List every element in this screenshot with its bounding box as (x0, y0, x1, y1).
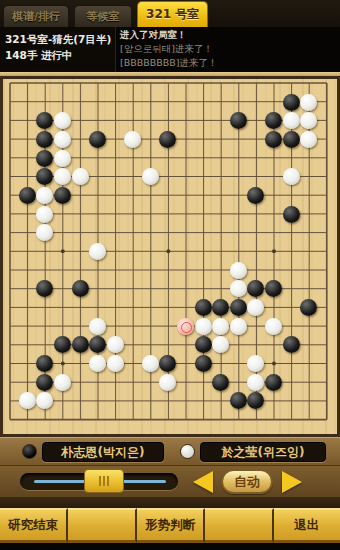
stone-black: ● (89, 336, 106, 353)
stone-white: ○ (89, 355, 106, 372)
tab-room-321[interactable]: 321 号室 (137, 1, 208, 27)
stone-black: ● (265, 131, 282, 148)
stone-black: ● (72, 280, 89, 297)
white-player-name: 於之莹(위즈잉) (200, 442, 326, 462)
stone-black: ● (195, 336, 212, 353)
auto-play-button[interactable]: 自动 (221, 469, 273, 494)
stone-black: ● (230, 392, 247, 409)
stone-black: ● (72, 336, 89, 353)
stone-black: ● (36, 112, 53, 129)
chat-line: 进入了对局室！ (120, 28, 336, 42)
stone-white: ○ (107, 336, 124, 353)
stone-black: ● (36, 374, 53, 391)
stone-black: ● (36, 150, 53, 167)
tab-bar: 棋谱/排行 等候室 321 号室 (0, 0, 340, 27)
stone-black: ● (54, 187, 71, 204)
stone-black: ● (265, 374, 282, 391)
stone-white: ○ (247, 355, 264, 372)
move-slider[interactable] (20, 473, 178, 490)
stone-white: ○ (89, 243, 106, 260)
stone-white: ○ (107, 355, 124, 372)
stone-black: ● (247, 187, 264, 204)
stone-black: ● (36, 131, 53, 148)
stone-black: ● (283, 206, 300, 223)
stone-white: ○ (265, 318, 282, 335)
stone-white: ○ (54, 168, 71, 185)
tab-waiting-room[interactable]: 等候室 (74, 5, 132, 27)
stone-white: ○ (54, 374, 71, 391)
stone-black: ● (19, 187, 36, 204)
stone-black: ● (159, 355, 176, 372)
black-stone-icon (22, 444, 37, 459)
stone-black: ● (195, 355, 212, 372)
stone-white: ○ (300, 94, 317, 111)
slider-handle[interactable] (84, 469, 124, 493)
prev-move-button[interactable] (193, 471, 213, 493)
stone-white: ○ (36, 392, 53, 409)
stone-black: ● (54, 336, 71, 353)
room-info: 321号室-猜先(7目半) 148手 进行中 (0, 27, 115, 72)
room-title: 321号室-猜先(7目半) (5, 32, 115, 46)
black-player-name: 朴志恩(박지은) (42, 442, 164, 462)
stone-white: ○ (300, 112, 317, 129)
stone-black: ● (300, 299, 317, 316)
stone-white: ○ (36, 206, 53, 223)
stone-white: ○ (54, 112, 71, 129)
white-stone-icon (180, 444, 195, 459)
stone-black: ● (283, 336, 300, 353)
player-row: 朴志恩(박지은) 於之莹(위즈잉) (0, 438, 340, 466)
stone-white: ○ (247, 299, 264, 316)
stone-black: ● (247, 392, 264, 409)
move-status: 148手 进行中 (5, 46, 115, 64)
stone-white: ○ (142, 355, 159, 372)
stone-white: ○ (283, 112, 300, 129)
next-move-button[interactable] (282, 471, 302, 493)
chat-line: [앞으로뒤태]进来了！ (120, 42, 336, 56)
stone-black: ● (247, 280, 264, 297)
stone-white: ○ (247, 374, 264, 391)
stone-white: ○ (177, 318, 194, 335)
stone-white: ○ (89, 318, 106, 335)
stone-white: ○ (212, 336, 229, 353)
bottom-button-bar: 研究结束 形势判断 退出 (0, 508, 340, 543)
score-estimate-button[interactable]: 形势判断 (137, 508, 205, 543)
stone-white: ○ (36, 187, 53, 204)
stone-black: ● (283, 94, 300, 111)
stone-black: ● (265, 280, 282, 297)
stone-white: ○ (230, 262, 247, 279)
stone-white: ○ (36, 224, 53, 241)
stone-black: ● (195, 299, 212, 316)
stone-white: ○ (124, 131, 141, 148)
stone-white: ○ (142, 168, 159, 185)
stone-white: ○ (300, 131, 317, 148)
stone-black: ● (230, 299, 247, 316)
chat-box[interactable]: 进入了对局室！ [앞으로뒤태]进来了！ [BBBBBBBB]进来了！ (115, 27, 340, 72)
stone-black: ● (36, 168, 53, 185)
stone-white: ○ (54, 131, 71, 148)
stone-black: ● (212, 299, 229, 316)
stone-white: ○ (19, 392, 36, 409)
blank-button-2[interactable] (205, 508, 273, 543)
stone-black: ● (283, 131, 300, 148)
stones-layer: ●○●○●●○○●○●○●●●○●○●○○○○●○●●○●○○○●●○●●●●●… (1, 74, 335, 429)
stone-black: ● (230, 112, 247, 129)
stone-black: ● (36, 280, 53, 297)
stone-black: ● (265, 112, 282, 129)
end-research-button[interactable]: 研究结束 (0, 508, 68, 543)
blank-button-1[interactable] (68, 508, 136, 543)
stone-white: ○ (195, 318, 212, 335)
stone-white: ○ (283, 168, 300, 185)
stone-white: ○ (159, 374, 176, 391)
stone-black: ● (36, 355, 53, 372)
lower-divider (0, 497, 340, 508)
stone-black: ● (159, 131, 176, 148)
chat-line: [BBBBBBBB]进来了！ (120, 56, 336, 70)
stone-white: ○ (72, 168, 89, 185)
stone-black: ● (89, 131, 106, 148)
go-app-window: 棋谱/排行 等候室 321 号室 321号室-猜先(7目半) 148手 进行中 … (0, 0, 340, 550)
bottom-edge (0, 543, 340, 550)
stone-white: ○ (54, 150, 71, 167)
info-bar: 321号室-猜先(7目半) 148手 进行中 进入了对局室！ [앞으로뒤태]进来… (0, 27, 340, 72)
control-panel: 朴志恩(박지은) 於之莹(위즈잉) 自动 (0, 437, 340, 497)
stone-white: ○ (230, 318, 247, 335)
stone-white: ○ (212, 318, 229, 335)
tab-kifu-ranking[interactable]: 棋谱/排行 (3, 5, 69, 27)
stone-white: ○ (230, 280, 247, 297)
go-board[interactable]: ●○●○●●○○●○●○●●●○●○●○○○○●○●●○●○○○●●○●●●●●… (0, 76, 340, 437)
stone-black: ● (212, 374, 229, 391)
exit-button[interactable]: 退出 (274, 508, 340, 543)
replay-slider-row: 自动 (0, 466, 340, 497)
